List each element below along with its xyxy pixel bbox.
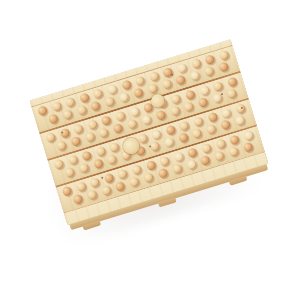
board-face xyxy=(30,39,269,225)
wooden-peg xyxy=(76,105,87,116)
wooden-peg xyxy=(198,97,209,108)
wooden-peg xyxy=(147,83,158,94)
wooden-peg xyxy=(169,105,180,116)
wooden-peg xyxy=(161,79,172,90)
wooden-peg xyxy=(133,87,144,98)
wooden-peg xyxy=(172,163,183,174)
wooden-peg xyxy=(178,132,189,143)
wooden-peg xyxy=(99,127,110,138)
wooden-peg xyxy=(234,115,245,126)
wooden-peg xyxy=(190,70,201,81)
wooden-peg xyxy=(204,66,215,77)
wooden-peg xyxy=(218,61,229,72)
wooden-peg xyxy=(72,194,83,205)
wooden-peg xyxy=(127,118,138,129)
wooden-peg xyxy=(90,100,101,111)
wooden-peg xyxy=(48,113,59,124)
massage-peg-board xyxy=(30,39,271,231)
wooden-peg xyxy=(115,181,126,192)
wooden-peg xyxy=(84,131,95,142)
wooden-peg xyxy=(113,123,124,134)
wooden-peg xyxy=(226,88,237,99)
wooden-peg xyxy=(141,114,152,125)
wooden-peg xyxy=(206,124,217,135)
product-photo-scene xyxy=(0,0,292,292)
wooden-peg xyxy=(101,185,112,196)
wooden-peg xyxy=(62,109,73,120)
wooden-peg xyxy=(192,128,203,139)
wooden-peg xyxy=(157,168,168,179)
wooden-peg xyxy=(119,92,130,103)
wooden-peg xyxy=(228,146,239,157)
wooden-peg xyxy=(155,110,166,121)
wooden-peg xyxy=(163,137,174,148)
wooden-peg xyxy=(70,136,81,147)
wooden-peg xyxy=(243,142,254,153)
wooden-peg xyxy=(87,189,98,200)
wooden-peg xyxy=(93,158,104,169)
wooden-peg xyxy=(107,154,118,165)
wooden-peg xyxy=(214,150,225,161)
wooden-peg xyxy=(105,96,116,107)
wooden-peg xyxy=(200,155,211,166)
wooden-peg xyxy=(78,163,89,174)
wooden-peg xyxy=(143,172,154,183)
wooden-peg xyxy=(186,159,197,170)
wooden-peg xyxy=(220,119,231,130)
wooden-peg xyxy=(56,140,67,151)
wooden-peg xyxy=(184,101,195,112)
wooden-peg xyxy=(64,167,75,178)
wooden-peg xyxy=(175,74,186,85)
wooden-peg xyxy=(129,176,140,187)
